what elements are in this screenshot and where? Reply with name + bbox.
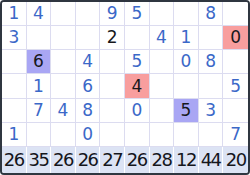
cell-r6c10[interactable]: 7	[223, 123, 248, 147]
cell-r1c4[interactable]	[76, 2, 101, 26]
cell-r5c7[interactable]	[150, 99, 175, 123]
cell-r6c1[interactable]: 1	[2, 123, 27, 147]
cell-r5c6[interactable]: 0	[125, 99, 150, 123]
cell-r5c2[interactable]: 7	[27, 99, 52, 123]
cell-r5c4[interactable]: 8	[76, 99, 101, 123]
cell-r4c1[interactable]	[2, 74, 27, 98]
cell-r6c5[interactable]	[100, 123, 125, 147]
cell-r1c2[interactable]: 4	[27, 2, 52, 26]
cell-r3c10[interactable]	[223, 50, 248, 74]
sum-col-5: 27	[100, 147, 125, 173]
cell-r3c2[interactable]: 6	[27, 50, 52, 74]
puzzle-board: 1495832410645081645748053107263526262726…	[0, 0, 250, 175]
cell-r3c3[interactable]	[51, 50, 76, 74]
cell-r4c3[interactable]	[51, 74, 76, 98]
sum-col-2: 35	[27, 147, 52, 173]
sum-col-9: 44	[199, 147, 224, 173]
cell-r2c7[interactable]: 4	[150, 26, 175, 50]
cell-r3c8[interactable]: 0	[174, 50, 199, 74]
cell-r1c7[interactable]	[150, 2, 175, 26]
cell-r6c3[interactable]	[51, 123, 76, 147]
cell-r6c7[interactable]	[150, 123, 175, 147]
cell-r4c10[interactable]: 5	[223, 74, 248, 98]
cell-r5c10[interactable]	[223, 99, 248, 123]
cell-r4c5[interactable]	[100, 74, 125, 98]
cell-r4c8[interactable]	[174, 74, 199, 98]
cell-r5c1[interactable]	[2, 99, 27, 123]
cell-r3c6[interactable]: 5	[125, 50, 150, 74]
sum-col-8: 12	[174, 147, 199, 173]
cell-r6c9[interactable]	[199, 123, 224, 147]
cell-r2c6[interactable]	[125, 26, 150, 50]
cell-r6c8[interactable]	[174, 123, 199, 147]
cell-r2c10[interactable]: 0	[223, 26, 248, 50]
cell-r2c4[interactable]	[76, 26, 101, 50]
cell-r1c6[interactable]: 5	[125, 2, 150, 26]
cell-r2c8[interactable]: 1	[174, 26, 199, 50]
cell-r6c6[interactable]	[125, 123, 150, 147]
cell-r6c2[interactable]	[27, 123, 52, 147]
cell-r5c5[interactable]	[100, 99, 125, 123]
sum-col-10: 20	[223, 147, 248, 173]
cell-r4c9[interactable]	[199, 74, 224, 98]
sum-col-6: 26	[125, 147, 150, 173]
cell-r1c3[interactable]	[51, 2, 76, 26]
cell-r3c1[interactable]	[2, 50, 27, 74]
sum-col-7: 28	[150, 147, 175, 173]
cell-r3c5[interactable]	[100, 50, 125, 74]
cell-r2c2[interactable]	[27, 26, 52, 50]
sum-col-1: 26	[2, 147, 27, 173]
cell-r2c5[interactable]: 2	[100, 26, 125, 50]
cell-r3c9[interactable]: 8	[199, 50, 224, 74]
cell-r2c3[interactable]	[51, 26, 76, 50]
cell-r1c10[interactable]	[223, 2, 248, 26]
sum-col-3: 26	[51, 147, 76, 173]
puzzle-grid: 1495832410645081645748053107263526262726…	[2, 2, 248, 173]
cell-r3c4[interactable]: 4	[76, 50, 101, 74]
sum-col-4: 26	[76, 147, 101, 173]
cell-r1c9[interactable]: 8	[199, 2, 224, 26]
cell-r2c9[interactable]	[199, 26, 224, 50]
cell-r4c6[interactable]: 4	[125, 74, 150, 98]
cell-r4c2[interactable]: 1	[27, 74, 52, 98]
cell-r1c1[interactable]: 1	[2, 2, 27, 26]
cell-r6c4[interactable]: 0	[76, 123, 101, 147]
cell-r5c3[interactable]: 4	[51, 99, 76, 123]
cell-r2c1[interactable]: 3	[2, 26, 27, 50]
cell-r5c8[interactable]: 5	[174, 99, 199, 123]
cell-r1c8[interactable]	[174, 2, 199, 26]
cell-r4c7[interactable]	[150, 74, 175, 98]
cell-r5c9[interactable]: 3	[199, 99, 224, 123]
cell-r3c7[interactable]	[150, 50, 175, 74]
cell-r4c4[interactable]: 6	[76, 74, 101, 98]
cell-r1c5[interactable]: 9	[100, 2, 125, 26]
